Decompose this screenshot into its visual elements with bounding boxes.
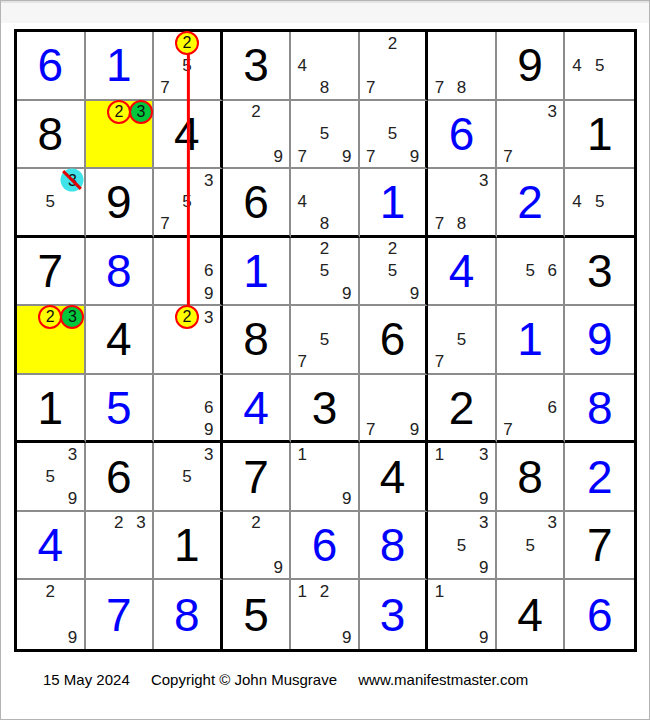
- cell-r9c5[interactable]: 129: [291, 580, 360, 649]
- candidate: 5: [388, 125, 397, 142]
- candidate-slot-6: 6: [541, 397, 563, 419]
- candidate-slot-3: [336, 169, 358, 191]
- candidate-slot-4: [428, 603, 450, 626]
- candidate-slot-1: [291, 32, 313, 54]
- cell-r1c5[interactable]: 48: [291, 32, 360, 101]
- candidate-slot-9: [611, 76, 634, 98]
- candidate-slot-9: [198, 488, 220, 510]
- candidate-slot-6: [473, 534, 495, 556]
- candidate-slot-2: 2: [176, 32, 198, 54]
- candidate: 7: [298, 353, 307, 370]
- candidate-slot-6: 6: [198, 260, 220, 282]
- candidate-slot-1: [154, 306, 176, 328]
- candidate: 2: [46, 583, 55, 600]
- cell-r3c3[interactable]: 357: [154, 169, 223, 238]
- given-digit: 7: [37, 248, 63, 294]
- candidate-slot-8: [382, 145, 404, 167]
- candidate-slot-8: [313, 626, 335, 649]
- candidate-slot-2: [451, 306, 473, 328]
- cell-r1c2[interactable]: 1: [86, 32, 155, 101]
- candidate-slot-6: [541, 123, 563, 145]
- cell-r7c3[interactable]: 35: [154, 443, 223, 512]
- cell-r3c8[interactable]: 2: [497, 169, 566, 238]
- candidate: 9: [479, 490, 488, 507]
- cell-r7c9[interactable]: 2: [565, 443, 634, 512]
- cell-r7c7[interactable]: 139: [428, 443, 497, 512]
- candidate-slot-3: [611, 169, 634, 191]
- candidate-slot-5: [451, 191, 473, 213]
- cell-r4c4[interactable]: 1: [223, 238, 292, 307]
- cell-r3c4[interactable]: 6: [223, 169, 292, 238]
- candidate-slot-1: [428, 32, 450, 54]
- candidate-slot-9: 9: [473, 626, 495, 649]
- cell-r2c7[interactable]: 6: [428, 101, 497, 170]
- cell-r4c5[interactable]: 259: [291, 238, 360, 307]
- candidate-slot-1: [86, 512, 108, 534]
- candidate: 7: [298, 148, 307, 165]
- cell-r8c8[interactable]: 35: [497, 512, 566, 581]
- candidate: 3: [479, 172, 488, 189]
- cell-r7c6[interactable]: 4: [360, 443, 429, 512]
- solved-digit: 4: [37, 522, 63, 568]
- candidate-slot-7: 7: [497, 145, 519, 167]
- cell-r4c1[interactable]: 7: [17, 238, 86, 307]
- candidate-circled-yellow: 2: [107, 100, 131, 124]
- candidate-slot-5: [382, 397, 404, 419]
- cell-r4c3[interactable]: 69: [154, 238, 223, 307]
- candidate-slot-5: [313, 466, 335, 488]
- candidate-slot-4: [360, 397, 382, 419]
- given-digit: 6: [106, 454, 132, 500]
- candidate-slot-2: 2: [108, 101, 130, 123]
- candidate-slot-4: [360, 123, 382, 145]
- candidate-slot-3: 3: [198, 306, 220, 328]
- candidate-slot-1: [428, 169, 450, 191]
- candidate-slot-2: 2: [176, 306, 198, 328]
- candidate-slot-7: [223, 556, 245, 578]
- cell-r3c2[interactable]: 9: [86, 169, 155, 238]
- candidate: 3: [479, 446, 488, 463]
- solved-digit: 1: [380, 179, 406, 225]
- candidate: 9: [342, 285, 351, 302]
- candidate-slot-9: [198, 213, 220, 235]
- candidate: 2: [114, 514, 123, 531]
- cell-r4c8[interactable]: 56: [497, 238, 566, 307]
- candidate: 5: [595, 193, 604, 210]
- candidate-slot-3: [473, 306, 495, 328]
- cell-r3c5[interactable]: 48: [291, 169, 360, 238]
- candidate-slot-5: 5: [519, 534, 541, 556]
- cell-r6c8[interactable]: 67: [497, 375, 566, 444]
- cell-r2c3[interactable]: 4: [154, 101, 223, 170]
- cell-r6c4[interactable]: 4: [223, 375, 292, 444]
- candidate-slot-2: [39, 443, 61, 465]
- candidate-slot-4: [223, 534, 245, 556]
- cell-r8c6[interactable]: 8: [360, 512, 429, 581]
- candidate-slot-9: [473, 351, 495, 373]
- candidate-slot-6: [336, 123, 358, 145]
- cell-r5c8[interactable]: 1: [497, 306, 566, 375]
- cell-r5c7[interactable]: 57: [428, 306, 497, 375]
- cell-r7c1[interactable]: 359: [17, 443, 86, 512]
- candidate-slot-1: [360, 32, 382, 54]
- cell-r9c8[interactable]: 4: [497, 580, 566, 649]
- candidate-slot-2: [39, 169, 61, 191]
- given-digit: 8: [243, 316, 269, 362]
- cell-r1c3[interactable]: 257: [154, 32, 223, 101]
- candidate-slot-6: [473, 603, 495, 626]
- cell-r7c2[interactable]: 6: [86, 443, 155, 512]
- solved-digit: 5: [106, 385, 132, 431]
- cell-r9c2[interactable]: 7: [86, 580, 155, 649]
- candidate-slot-1: [497, 512, 519, 534]
- candidate-slot-4: [428, 54, 450, 76]
- candidate: 1: [298, 583, 307, 600]
- candidate-slot-8: [451, 488, 473, 510]
- cell-r2c2[interactable]: 23: [86, 101, 155, 170]
- candidate-slot-3: 3: [541, 101, 563, 123]
- solved-digit: 3: [380, 592, 406, 638]
- candidate: 5: [182, 193, 191, 210]
- cell-r5c1[interactable]: 23: [17, 306, 86, 375]
- cell-r9c9[interactable]: 6: [565, 580, 634, 649]
- candidate-slot-7: [428, 556, 450, 578]
- candidate-slot-1: [360, 238, 382, 260]
- candidate: 1: [298, 446, 307, 463]
- cell-r1c6[interactable]: 27: [360, 32, 429, 101]
- cell-r5c2[interactable]: 4: [86, 306, 155, 375]
- candidate: 9: [479, 559, 488, 576]
- candidate-slot-9: 9: [403, 282, 425, 304]
- candidate-slot-5: 5: [382, 260, 404, 282]
- candidate-slot-6: [130, 534, 152, 556]
- cell-r8c7[interactable]: 359: [428, 512, 497, 581]
- given-digit: 3: [312, 385, 338, 431]
- candidate-slot-4: [17, 191, 39, 213]
- candidate: 7: [435, 353, 444, 370]
- cell-r8c2[interactable]: 23: [86, 512, 155, 581]
- candidate-slot-3: [403, 238, 425, 260]
- candidate-slot-8: [39, 213, 61, 235]
- candidate-slot-7: [17, 488, 39, 510]
- candidate-slot-2: [313, 32, 335, 54]
- candidate-slot-6: [61, 466, 83, 488]
- candidate-slot-9: [61, 213, 83, 235]
- candidate-slot-7: [291, 76, 313, 98]
- candidate-slot-6: [473, 191, 495, 213]
- cell-r6c2[interactable]: 5: [86, 375, 155, 444]
- candidate-slot-5: [382, 54, 404, 76]
- candidate-slot-8: [176, 488, 198, 510]
- candidate-slot-8: [313, 282, 335, 304]
- candidate-slot-1: 1: [428, 443, 450, 465]
- cell-r5c6[interactable]: 6: [360, 306, 429, 375]
- cell-r2c6[interactable]: 579: [360, 101, 429, 170]
- given-digit: 8: [517, 454, 543, 500]
- candidate-slot-1: [223, 512, 245, 534]
- cell-r7c8[interactable]: 8: [497, 443, 566, 512]
- candidate: 9: [342, 148, 351, 165]
- solved-digit: 4: [449, 248, 475, 294]
- cell-r8c9[interactable]: 7: [565, 512, 634, 581]
- cell-r6c3[interactable]: 69: [154, 375, 223, 444]
- candidate: 5: [388, 262, 397, 279]
- cell-r4c6[interactable]: 259: [360, 238, 429, 307]
- candidate-circled-green: 3: [129, 100, 153, 124]
- candidate-slot-5: [313, 191, 335, 213]
- candidate-slot-8: [39, 351, 61, 373]
- cell-r9c4[interactable]: 5: [223, 580, 292, 649]
- candidate-slot-8: [245, 556, 267, 578]
- candidate-slot-3: 3: [473, 512, 495, 534]
- candidate-slot-7: 7: [154, 213, 176, 235]
- candidate-slot-6: [198, 328, 220, 350]
- candidate: 9: [410, 148, 419, 165]
- cell-r8c4[interactable]: 29: [223, 512, 292, 581]
- candidate-slot-8: [39, 488, 61, 510]
- cell-r6c5[interactable]: 3: [291, 375, 360, 444]
- candidate-slot-3: [473, 580, 495, 603]
- cell-r3c6[interactable]: 1: [360, 169, 429, 238]
- candidate-slot-6: [611, 54, 634, 76]
- candidate-slot-9: [130, 556, 152, 578]
- candidate-slot-8: [519, 556, 541, 578]
- candidate: 6: [204, 399, 213, 416]
- candidate-slot-7: [154, 418, 176, 440]
- given-digit: 8: [37, 111, 63, 157]
- candidate: 9: [410, 285, 419, 302]
- cell-r2c9[interactable]: 1: [565, 101, 634, 170]
- candidate: 9: [273, 148, 282, 165]
- candidate-slot-4: [154, 54, 176, 76]
- candidate-slot-8: [176, 418, 198, 440]
- given-digit: 4: [380, 454, 406, 500]
- candidate-slot-1: [565, 169, 588, 191]
- candidate-slot-7: 7: [428, 76, 450, 98]
- candidate-slot-1: [154, 238, 176, 260]
- candidate-circled-yellow: 2: [175, 31, 199, 55]
- solved-digit: 6: [587, 592, 613, 638]
- given-digit: 7: [587, 522, 613, 568]
- cell-r6c7[interactable]: 2: [428, 375, 497, 444]
- candidate-slot-8: [519, 145, 541, 167]
- cell-r6c9[interactable]: 8: [565, 375, 634, 444]
- candidate-slot-2: [588, 32, 611, 54]
- candidate-slot-4: [360, 54, 382, 76]
- candidate-slot-4: [497, 397, 519, 419]
- candidate-slot-3: 3: [198, 169, 220, 191]
- candidate-slot-8: 8: [313, 213, 335, 235]
- candidate-slot-5: 5: [39, 191, 61, 213]
- candidate-slot-6: [403, 123, 425, 145]
- cell-r2c8[interactable]: 37: [497, 101, 566, 170]
- candidate-slot-6: 6: [198, 397, 220, 419]
- candidate-slot-7: [154, 282, 176, 304]
- candidate: 3: [204, 172, 213, 189]
- candidate-slot-8: [519, 418, 541, 440]
- candidate-slot-6: [130, 123, 152, 145]
- candidate-slot-4: [360, 260, 382, 282]
- candidate-slot-4: [497, 260, 519, 282]
- candidate: 8: [457, 79, 466, 96]
- cell-r4c7[interactable]: 4: [428, 238, 497, 307]
- candidate-slot-7: [17, 626, 39, 649]
- cell-r4c9[interactable]: 3: [565, 238, 634, 307]
- candidate-slot-2: [451, 169, 473, 191]
- candidate: 3: [204, 446, 213, 463]
- candidate-slot-7: [291, 488, 313, 510]
- candidate-slot-2: [313, 306, 335, 328]
- candidate-slot-3: 3: [473, 443, 495, 465]
- solved-digit: 6: [449, 111, 475, 157]
- candidate-slot-9: [541, 145, 563, 167]
- candidate-slot-8: [382, 418, 404, 440]
- candidate: 3: [136, 514, 145, 531]
- cell-r7c5[interactable]: 19: [291, 443, 360, 512]
- cell-r7c4[interactable]: 7: [223, 443, 292, 512]
- candidate-slot-7: [17, 213, 39, 235]
- cell-r3c9[interactable]: 45: [565, 169, 634, 238]
- cell-r8c1[interactable]: 4: [17, 512, 86, 581]
- candidate-slot-8: [176, 282, 198, 304]
- candidate-slot-8: [451, 351, 473, 373]
- candidate-slot-9: [473, 76, 495, 98]
- cell-r9c3[interactable]: 8: [154, 580, 223, 649]
- candidate-slot-9: 9: [336, 145, 358, 167]
- candidate-slot-6: [336, 260, 358, 282]
- candidate-slot-4: [154, 328, 176, 350]
- candidate-circled-yellow: 2: [38, 305, 62, 329]
- candidate-slot-1: [154, 375, 176, 397]
- cell-r3c1[interactable]: 35: [17, 169, 86, 238]
- candidate: 7: [366, 79, 375, 96]
- candidate-slot-6: [61, 191, 83, 213]
- cell-r5c4[interactable]: 8: [223, 306, 292, 375]
- candidate-slot-3: [336, 32, 358, 54]
- cell-r9c6[interactable]: 3: [360, 580, 429, 649]
- candidate-slot-1: [497, 238, 519, 260]
- candidate: 5: [457, 537, 466, 554]
- candidate-slot-9: 9: [61, 626, 83, 649]
- candidate-slot-6: [267, 123, 289, 145]
- cell-r9c1[interactable]: 29: [17, 580, 86, 649]
- candidate-slot-5: [451, 466, 473, 488]
- candidate-slot-3: 3: [473, 169, 495, 191]
- candidate-slot-3: [403, 32, 425, 54]
- cell-r1c9[interactable]: 45: [565, 32, 634, 101]
- candidate: 7: [160, 215, 169, 232]
- candidate-slot-6: [611, 191, 634, 213]
- candidate-slot-9: [198, 351, 220, 373]
- candidate-slot-5: 5: [313, 328, 335, 350]
- candidate-slot-9: [336, 351, 358, 373]
- cell-r1c8[interactable]: 9: [497, 32, 566, 101]
- candidate-slot-1: [17, 306, 39, 328]
- cell-r5c9[interactable]: 9: [565, 306, 634, 375]
- candidate-slot-3: [336, 238, 358, 260]
- top-strip: [1, 1, 649, 23]
- candidate-slot-5: 5: [313, 260, 335, 282]
- candidate-slot-9: [541, 282, 563, 304]
- candidate-slot-1: [497, 101, 519, 123]
- candidate-slot-6: [473, 466, 495, 488]
- candidate-slot-5: 5: [451, 328, 473, 350]
- cell-r8c5[interactable]: 6: [291, 512, 360, 581]
- cell-r4c2[interactable]: 8: [86, 238, 155, 307]
- candidate-slot-3: 3: [61, 169, 83, 191]
- candidate: 5: [320, 331, 329, 348]
- cell-r3c7[interactable]: 378: [428, 169, 497, 238]
- candidate-slot-9: [61, 351, 83, 373]
- candidate: 1: [435, 446, 444, 463]
- candidate-slot-7: [154, 351, 176, 373]
- candidate: 5: [320, 262, 329, 279]
- solved-digit: 4: [243, 385, 269, 431]
- candidate-slot-4: 4: [291, 191, 313, 213]
- candidate-slot-7: [291, 282, 313, 304]
- candidate-slot-9: 9: [267, 556, 289, 578]
- cell-r2c1[interactable]: 8: [17, 101, 86, 170]
- candidate-slot-9: 9: [61, 488, 83, 510]
- candidate-slot-1: [565, 32, 588, 54]
- candidate-slot-9: [336, 213, 358, 235]
- candidate-slot-8: [588, 76, 611, 98]
- candidate-slot-8: [245, 145, 267, 167]
- candidate-slot-6: 6: [541, 260, 563, 282]
- candidate: 5: [182, 57, 191, 74]
- candidate-slot-3: 3: [130, 101, 152, 123]
- solved-digit: 6: [312, 522, 338, 568]
- candidate-slot-1: [428, 306, 450, 328]
- cell-r5c3[interactable]: 23: [154, 306, 223, 375]
- candidate-slot-9: [198, 76, 220, 98]
- candidate: 2: [320, 240, 329, 257]
- candidate-slot-5: [313, 603, 335, 626]
- candidate: 7: [435, 215, 444, 232]
- candidate-slot-2: 2: [313, 238, 335, 260]
- candidate: 7: [503, 148, 512, 165]
- candidate-slot-5: 5: [451, 534, 473, 556]
- candidate-slot-5: [245, 123, 267, 145]
- candidate-slot-3: [336, 443, 358, 465]
- candidate-slot-2: [313, 169, 335, 191]
- given-digit: 4: [517, 592, 543, 638]
- candidate-slot-9: 9: [473, 556, 495, 578]
- cell-r1c7[interactable]: 78: [428, 32, 497, 101]
- candidate-slot-5: [108, 534, 130, 556]
- candidate: 1: [435, 583, 444, 600]
- cell-r9c7[interactable]: 19: [428, 580, 497, 649]
- cell-r6c6[interactable]: 79: [360, 375, 429, 444]
- cell-r5c5[interactable]: 57: [291, 306, 360, 375]
- cell-r2c4[interactable]: 29: [223, 101, 292, 170]
- cell-r8c3[interactable]: 1: [154, 512, 223, 581]
- cell-r1c1[interactable]: 6: [17, 32, 86, 101]
- cell-r2c5[interactable]: 579: [291, 101, 360, 170]
- candidate-slot-6: [198, 54, 220, 76]
- candidate-slot-6: [198, 191, 220, 213]
- candidate-slot-7: [428, 488, 450, 510]
- candidate-slot-5: 5: [39, 466, 61, 488]
- cell-r6c1[interactable]: 1: [17, 375, 86, 444]
- candidate-slot-4: 4: [565, 191, 588, 213]
- candidate-slot-9: 9: [198, 418, 220, 440]
- candidate-slot-8: [176, 76, 198, 98]
- candidate-slot-3: [198, 238, 220, 260]
- candidate: 9: [204, 421, 213, 438]
- cell-r1c4[interactable]: 3: [223, 32, 292, 101]
- candidate-slot-8: 8: [451, 76, 473, 98]
